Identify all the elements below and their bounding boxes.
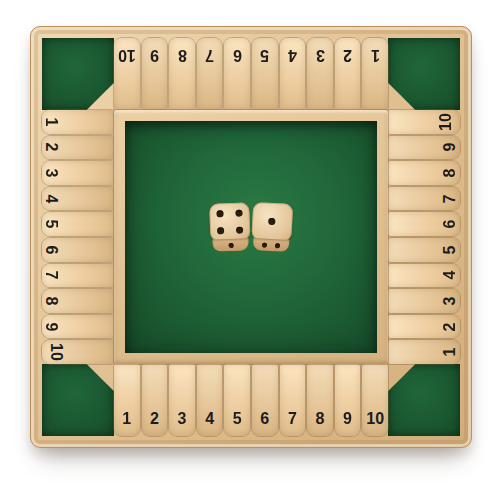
tile-east-8[interactable]: 8 (388, 161, 460, 185)
die-pip-cell (234, 209, 244, 218)
tile-number: 7 (288, 411, 297, 427)
tile-number: 4 (288, 47, 297, 63)
tile-north-10[interactable]: 10 (114, 38, 140, 110)
tiles-bottom: 12345678910 (114, 364, 388, 436)
tile-east-9[interactable]: 9 (388, 136, 460, 160)
die-pip (269, 218, 276, 225)
tiles-right: 10987654321 (388, 110, 460, 364)
tile-west-5[interactable]: 5 (42, 212, 114, 236)
tile-east-5[interactable]: 5 (388, 238, 460, 262)
product-photo-stage: 10987654321 12345678910 10987654321 1234… (0, 0, 500, 500)
die-pip-cell (225, 217, 235, 226)
tile-south-4[interactable]: 4 (197, 364, 223, 436)
die-pip (217, 210, 224, 217)
tile-number: 2 (150, 411, 159, 427)
tiles-top: 10987654321 (114, 38, 388, 110)
die-pip (235, 209, 242, 216)
felt-dice-tray (125, 121, 377, 353)
die-pip-cell (225, 226, 235, 235)
corner-felt-bottom-left (42, 364, 114, 436)
tile-number: 4 (43, 194, 59, 203)
corner-felt-bottom-right (388, 364, 460, 436)
corner-felt-top-left (42, 38, 114, 110)
tile-number: 3 (316, 47, 325, 63)
tile-number: 5 (43, 220, 59, 229)
tile-east-10[interactable]: 10 (388, 110, 460, 134)
die-top-face (209, 202, 250, 241)
tile-west-1[interactable]: 1 (42, 110, 114, 134)
dice-group (210, 203, 292, 251)
tile-west-7[interactable]: 7 (42, 264, 114, 288)
tile-number: 9 (343, 411, 352, 427)
tile-number: 9 (43, 322, 59, 331)
tile-south-7[interactable]: 7 (280, 364, 306, 436)
tile-number: 3 (43, 169, 59, 178)
tile-number: 10 (366, 411, 384, 427)
tile-west-9[interactable]: 9 (42, 315, 114, 339)
tile-east-6[interactable]: 6 (388, 212, 460, 236)
die-pip (236, 227, 243, 234)
die-pip (262, 242, 267, 247)
tile-south-3[interactable]: 3 (169, 364, 195, 436)
tile-number: 6 (43, 245, 59, 254)
tile-number: 6 (260, 411, 269, 427)
tile-number: 9 (443, 143, 459, 152)
tile-west-2[interactable]: 2 (42, 136, 114, 160)
die-2-showing-1[interactable] (251, 202, 293, 252)
die-front-face (212, 238, 248, 251)
die-pip-cell (258, 226, 268, 235)
center-rail-frame (114, 110, 388, 364)
die-pip-cell (225, 209, 235, 218)
tile-south-6[interactable]: 6 (252, 364, 278, 436)
tile-south-5[interactable]: 5 (224, 364, 250, 436)
tile-number: 1 (443, 348, 459, 357)
tile-north-6[interactable]: 6 (224, 38, 250, 110)
tile-number: 2 (343, 47, 352, 63)
die-pip-cell (267, 226, 277, 235)
die-pip (217, 227, 224, 234)
tile-number: 3 (443, 297, 459, 306)
tile-number: 9 (150, 47, 159, 63)
corner-felt-top-right (388, 38, 460, 110)
board-tray: 10987654321 12345678910 10987654321 1234… (42, 38, 460, 436)
tile-number: 5 (443, 245, 459, 254)
die-pip-cell (276, 227, 286, 236)
tile-number: 7 (205, 47, 214, 63)
tile-number: 7 (43, 271, 59, 280)
tile-number: 3 (178, 411, 187, 427)
tile-east-3[interactable]: 3 (388, 289, 460, 313)
shut-the-box-board: 10987654321 12345678910 10987654321 1234… (30, 26, 472, 448)
tile-east-1[interactable]: 1 (388, 340, 460, 364)
die-pip-cell (215, 209, 225, 218)
tile-east-2[interactable]: 2 (388, 315, 460, 339)
tile-number: 8 (178, 47, 187, 63)
tile-number: 8 (43, 297, 59, 306)
tile-west-4[interactable]: 4 (42, 187, 114, 211)
tile-north-4[interactable]: 4 (280, 38, 306, 110)
die-pip (275, 243, 280, 248)
tile-number: 5 (260, 47, 269, 63)
die-pip-cell (234, 217, 244, 226)
tile-number: 1 (43, 117, 59, 126)
tile-number: 2 (43, 143, 59, 152)
tile-south-9[interactable]: 9 (335, 364, 361, 436)
tile-number: 4 (443, 271, 459, 280)
tile-north-7[interactable]: 7 (197, 38, 223, 110)
tile-north-3[interactable]: 3 (307, 38, 333, 110)
tile-west-6[interactable]: 6 (42, 238, 114, 262)
tile-south-1[interactable]: 1 (114, 364, 140, 436)
tile-south-2[interactable]: 2 (142, 364, 168, 436)
tile-number: 2 (443, 322, 459, 331)
tile-number: 4 (205, 411, 214, 427)
tile-number: 10 (118, 47, 136, 63)
tile-north-1[interactable]: 1 (362, 38, 388, 110)
tile-east-7[interactable]: 7 (388, 187, 460, 211)
die-pip-cell (216, 218, 226, 227)
die-top-face (251, 202, 293, 242)
tile-number: 8 (316, 411, 325, 427)
tile-south-8[interactable]: 8 (307, 364, 333, 436)
tile-number: 10 (438, 113, 454, 131)
die-pip-cell (235, 226, 245, 235)
tile-west-3[interactable]: 3 (42, 161, 114, 185)
die-1-showing-4[interactable] (209, 202, 251, 251)
tile-north-5[interactable]: 5 (252, 38, 278, 110)
tile-north-8[interactable]: 8 (169, 38, 195, 110)
tile-number: 6 (443, 220, 459, 229)
die-pip (228, 242, 233, 247)
tiles-left: 12345678910 (42, 110, 114, 364)
tile-north-9[interactable]: 9 (142, 38, 168, 110)
tile-number: 7 (443, 194, 459, 203)
die-front-face (253, 238, 290, 252)
tile-east-4[interactable]: 4 (388, 264, 460, 288)
tile-north-2[interactable]: 2 (335, 38, 361, 110)
tile-number: 8 (443, 169, 459, 178)
tile-number: 5 (233, 411, 242, 427)
tile-number: 1 (371, 47, 380, 63)
tile-number: 10 (48, 343, 64, 361)
tile-number: 6 (233, 47, 242, 63)
die-pip-cell (216, 226, 226, 235)
tile-west-8[interactable]: 8 (42, 289, 114, 313)
tile-south-10[interactable]: 10 (362, 364, 388, 436)
tile-west-10[interactable]: 10 (42, 340, 114, 364)
tile-number: 1 (122, 411, 131, 427)
